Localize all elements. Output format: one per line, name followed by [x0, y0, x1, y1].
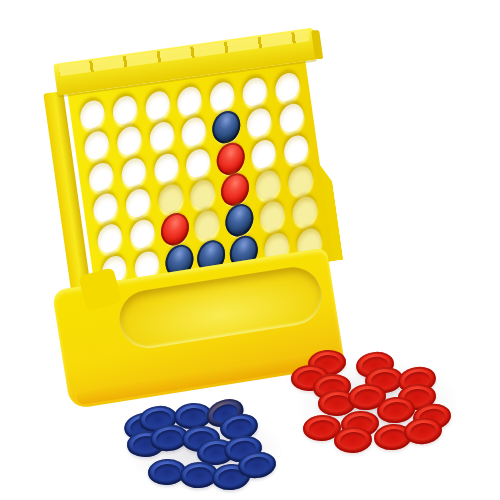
loose-red-disc[interactable]: [333, 426, 373, 455]
loose-discs-layer: [0, 0, 500, 500]
scene: [0, 0, 500, 500]
